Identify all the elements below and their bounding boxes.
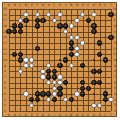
black-stone[interactable]: [57, 91, 62, 96]
black-stone[interactable]: [91, 29, 96, 34]
white-stone[interactable]: [40, 69, 45, 74]
white-stone[interactable]: [23, 57, 28, 62]
black-stone[interactable]: [18, 57, 23, 62]
black-stone[interactable]: [91, 80, 96, 85]
white-stone[interactable]: [74, 52, 79, 57]
black-stone[interactable]: [46, 91, 51, 96]
grid-line: [9, 100, 111, 101]
black-stone[interactable]: [35, 23, 40, 28]
black-stone[interactable]: [18, 52, 23, 57]
white-stone[interactable]: [69, 35, 74, 40]
black-stone[interactable]: [6, 29, 11, 34]
black-stone[interactable]: [12, 23, 17, 28]
black-stone[interactable]: [80, 91, 85, 96]
grid-line: [111, 9, 112, 111]
black-stone[interactable]: [63, 23, 68, 28]
grid-line: [88, 9, 89, 111]
black-stone[interactable]: [57, 86, 62, 91]
white-stone[interactable]: [23, 91, 28, 96]
white-stone[interactable]: [91, 12, 96, 17]
star-point: [59, 59, 61, 61]
black-stone[interactable]: [103, 57, 108, 62]
white-stone[interactable]: [52, 86, 57, 91]
star-point: [93, 93, 95, 95]
black-stone[interactable]: [57, 23, 62, 28]
black-stone[interactable]: [35, 18, 40, 23]
white-stone[interactable]: [23, 12, 28, 17]
black-stone[interactable]: [97, 40, 102, 45]
grid-line: [9, 111, 111, 112]
black-stone[interactable]: [103, 91, 108, 96]
black-stone[interactable]: [108, 12, 113, 17]
black-stone[interactable]: [52, 69, 57, 74]
black-stone[interactable]: [86, 18, 91, 23]
white-stone[interactable]: [18, 18, 23, 23]
white-stone[interactable]: [52, 91, 57, 96]
black-stone[interactable]: [69, 40, 74, 45]
white-stone[interactable]: [74, 91, 79, 96]
go-board[interactable]: AABBCCDDEEFFGGHHJJKKLLMMNNOOPPQQRRSSTT19…: [0, 0, 120, 120]
white-stone[interactable]: [91, 103, 96, 108]
black-stone[interactable]: [40, 91, 45, 96]
black-stone[interactable]: [52, 74, 57, 79]
black-stone[interactable]: [69, 52, 74, 57]
black-stone[interactable]: [23, 18, 28, 23]
black-stone[interactable]: [40, 18, 45, 23]
white-stone[interactable]: [52, 18, 57, 23]
white-stone[interactable]: [57, 74, 62, 79]
star-point: [93, 59, 95, 61]
white-stone[interactable]: [108, 97, 113, 102]
grid-line: [100, 9, 101, 111]
black-stone[interactable]: [108, 35, 113, 40]
white-stone[interactable]: [40, 74, 45, 79]
white-stone[interactable]: [18, 69, 23, 74]
white-stone[interactable]: [57, 12, 62, 17]
black-stone[interactable]: [46, 74, 51, 79]
white-stone[interactable]: [23, 63, 28, 68]
black-stone[interactable]: [91, 23, 96, 28]
white-stone[interactable]: [29, 57, 34, 62]
black-stone[interactable]: [18, 23, 23, 28]
white-stone[interactable]: [69, 23, 74, 28]
black-stone[interactable]: [63, 57, 68, 62]
black-stone[interactable]: [86, 86, 91, 91]
black-stone[interactable]: [91, 69, 96, 74]
star-point: [25, 25, 27, 27]
white-stone[interactable]: [80, 40, 85, 45]
white-stone[interactable]: [74, 35, 79, 40]
black-stone[interactable]: [57, 63, 62, 68]
white-stone[interactable]: [74, 46, 79, 51]
white-stone[interactable]: [57, 80, 62, 85]
black-stone[interactable]: [35, 91, 40, 96]
white-stone[interactable]: [74, 18, 79, 23]
